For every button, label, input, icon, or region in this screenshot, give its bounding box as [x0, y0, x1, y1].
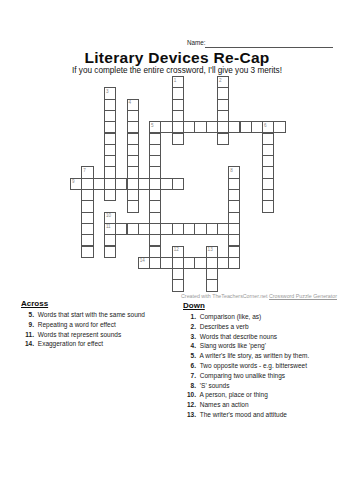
- crossword-cell[interactable]: [262, 200, 274, 212]
- clue-text: Two opposite words - e.g. bittersweet: [198, 362, 307, 369]
- crossword-cell[interactable]: [172, 279, 184, 291]
- cell-number: 3: [106, 89, 109, 94]
- cell-number: 1: [174, 78, 177, 83]
- clue-number: 14.: [21, 340, 34, 347]
- credit-text: Created with TheTeachersCorner.net: [181, 293, 269, 299]
- worksheet-page: { "page": { "name_label": "Name:", "titl…: [0, 0, 354, 500]
- clue-number: 11.: [21, 331, 34, 338]
- clue-text: Words that describe nouns: [198, 333, 277, 340]
- clue-item: 8. 'S' sounds: [183, 382, 348, 389]
- clue-text: Comparing two unalike things: [198, 372, 285, 379]
- clue-item: 7. Comparing two unalike things: [183, 372, 348, 379]
- page-title: Literary Devices Re-Cap: [0, 49, 354, 67]
- clue-item: 9. Repeating a word for effect: [21, 321, 171, 328]
- clue-item: 6. Two opposite words - e.g. bittersweet: [183, 362, 348, 369]
- clue-item: 3. Words that describe nouns: [183, 333, 348, 340]
- cell-number: 6: [264, 123, 267, 128]
- clue-number: 5.: [183, 352, 196, 359]
- clue-item: 10. A person, place or thing: [183, 391, 348, 398]
- cell-number: 11: [106, 224, 111, 229]
- clue-text: Repeating a word for effect: [36, 321, 116, 328]
- cell-number: 10: [106, 213, 111, 218]
- clue-item: 2. Describes a verb: [183, 323, 348, 330]
- cell-number: 12: [174, 247, 179, 252]
- crossword-cell[interactable]: [104, 246, 116, 258]
- across-clue-list: 5. Words that start with the same sound9…: [21, 311, 171, 347]
- crossword-cell[interactable]: [127, 200, 139, 212]
- clue-text: Words that represent sounds: [36, 331, 121, 338]
- clue-text: A person, place or thing: [198, 391, 268, 398]
- down-header: Down: [183, 301, 348, 310]
- clue-text: Describes a verb: [198, 323, 249, 330]
- clue-item: 14. Exaggeration for effect: [21, 340, 171, 347]
- crossword-cell[interactable]: [81, 246, 93, 258]
- clue-number: 13.: [183, 411, 196, 418]
- clue-number: 9.: [21, 321, 34, 328]
- clue-text: Names an action: [198, 401, 249, 408]
- clue-number: 2.: [183, 323, 196, 330]
- across-clues-section: Across 5. Words that start with the same…: [21, 299, 171, 350]
- crossword-cell[interactable]: [104, 189, 116, 201]
- clue-number: 5.: [21, 311, 34, 318]
- across-header: Across: [21, 299, 171, 308]
- clue-number: 1.: [183, 313, 196, 320]
- clue-number: 8.: [183, 382, 196, 389]
- clue-text: The writer's mood and attitude: [198, 411, 287, 418]
- cell-number: 7: [83, 168, 86, 173]
- clue-text: A writer's life story, as written by the…: [198, 352, 309, 359]
- crossword-cell[interactable]: [206, 279, 218, 291]
- down-clues-section: Down 1. Comparison (like, as)2. Describe…: [183, 301, 348, 421]
- clue-item: 5. A writer's life story, as written by …: [183, 352, 348, 359]
- clue-item: 5. Words that start with the same sound: [21, 311, 171, 318]
- cell-number: 14: [140, 258, 145, 263]
- clue-number: 4.: [183, 342, 196, 349]
- clue-item: 4. Slang words like 'peng': [183, 342, 348, 349]
- clue-number: 12.: [183, 401, 196, 408]
- clue-text: Exaggeration for effect: [36, 340, 103, 347]
- credit-link[interactable]: Crossword Puzzle Generator: [269, 293, 337, 299]
- cell-number: 5: [151, 123, 154, 128]
- clue-number: 6.: [183, 362, 196, 369]
- crossword-cell[interactable]: [273, 121, 285, 133]
- down-clue-list: 1. Comparison (like, as)2. Describes a v…: [183, 313, 348, 418]
- clue-text: Words that start with the same sound: [36, 311, 145, 318]
- clue-text: 'S' sounds: [198, 382, 229, 389]
- cell-number: 13: [208, 247, 213, 252]
- clue-number: 3.: [183, 333, 196, 340]
- clue-number: 7.: [183, 372, 196, 379]
- name-label: Name:: [187, 39, 206, 46]
- clue-item: 12. Names an action: [183, 401, 348, 408]
- cell-number: 2: [219, 78, 222, 83]
- clue-item: 11. Words that represent sounds: [21, 331, 171, 338]
- name-blank-line: [205, 39, 333, 48]
- clue-text: Comparison (like, as): [198, 313, 261, 320]
- credit-line: Created with TheTeachersCorner.net Cross…: [181, 293, 337, 299]
- page-subtitle: If you complete the entire crossword, I'…: [0, 66, 354, 75]
- clue-item: 1. Comparison (like, as): [183, 313, 348, 320]
- clue-number: 10.: [183, 391, 196, 398]
- crossword-cell[interactable]: [217, 133, 229, 145]
- crossword-cell[interactable]: [172, 133, 184, 145]
- crossword-cell[interactable]: [228, 257, 240, 269]
- crossword-grid: 1234567891011121314: [70, 76, 296, 302]
- clue-item: 13. The writer's mood and attitude: [183, 411, 348, 418]
- clue-text: Slang words like 'peng': [198, 342, 266, 349]
- crossword-cell[interactable]: [172, 178, 184, 190]
- cell-number: 8: [230, 168, 233, 173]
- cell-number: 4: [129, 100, 132, 105]
- cell-number: 9: [72, 179, 75, 184]
